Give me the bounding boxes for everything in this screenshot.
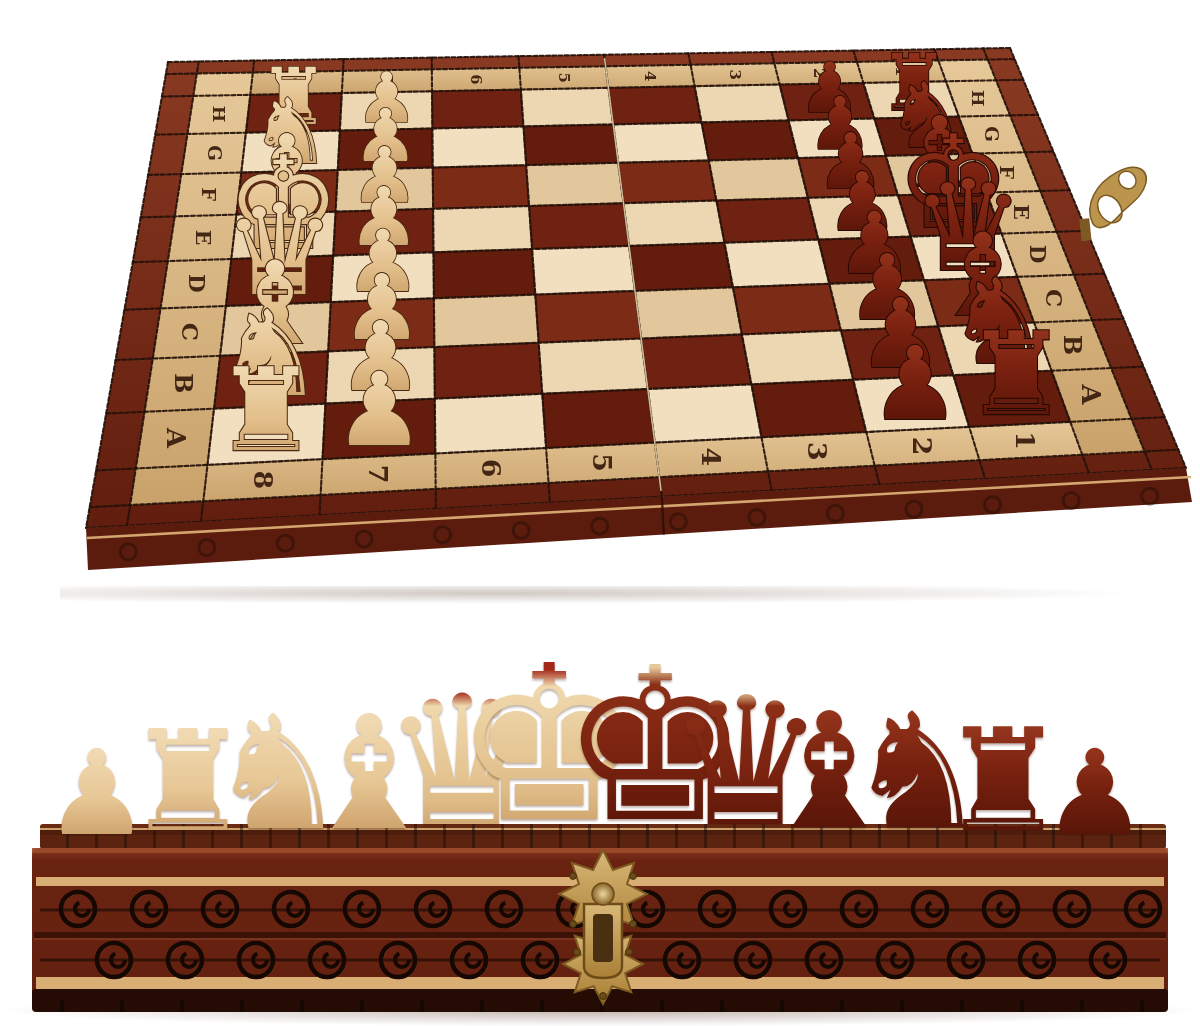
- brass-clasp: [1067, 164, 1158, 242]
- piece-light-rook-a8[interactable]: ♜: [215, 343, 318, 477]
- square-e5[interactable]: [529, 203, 629, 249]
- coord-left-D: D: [184, 274, 209, 293]
- square-g4[interactable]: [613, 122, 709, 162]
- coord-left-H: H: [209, 106, 229, 123]
- box-front-carving: [32, 848, 1168, 1012]
- square-f4[interactable]: [618, 160, 716, 203]
- square-a6[interactable]: [435, 394, 546, 454]
- square-g3[interactable]: [702, 120, 799, 160]
- square-h6[interactable]: [432, 90, 524, 129]
- square-g6[interactable]: [432, 126, 526, 167]
- square-h3[interactable]: [695, 85, 789, 123]
- coord-left-E: E: [191, 230, 215, 246]
- square-a4[interactable]: [648, 384, 762, 442]
- square-f3[interactable]: [709, 158, 808, 200]
- square-d5[interactable]: [532, 246, 635, 295]
- square-e4[interactable]: [624, 201, 725, 246]
- coord-left-B: B: [169, 373, 198, 393]
- square-h4[interactable]: [608, 86, 701, 124]
- square-d4[interactable]: [629, 243, 733, 291]
- square-c3[interactable]: [733, 284, 841, 335]
- square-b4[interactable]: [641, 334, 751, 389]
- square-h5[interactable]: [521, 88, 613, 127]
- square-f5[interactable]: [526, 163, 623, 206]
- display-piece-dark-pawn: ♟: [1042, 734, 1148, 852]
- chess-board: 8877665544332211HHGGFFEEDDCCBBAA♜♟♟♜♞♟♟♞…: [0, 0, 1200, 618]
- square-c4[interactable]: [635, 287, 742, 338]
- square-b3[interactable]: [742, 330, 853, 384]
- piece-dark-rook-a1[interactable]: ♜: [965, 307, 1068, 441]
- square-a3[interactable]: [751, 380, 866, 438]
- square-e6[interactable]: [433, 206, 532, 252]
- square-c5[interactable]: [535, 291, 641, 343]
- square-d6[interactable]: [434, 249, 536, 298]
- square-e3[interactable]: [716, 198, 818, 243]
- coord-left-G: G: [204, 145, 225, 161]
- square-g5[interactable]: [524, 124, 619, 165]
- piece-dark-pawn-a2[interactable]: ♟: [869, 325, 960, 443]
- chess-box: [32, 848, 1168, 1012]
- coord-bottom-3: 3: [802, 442, 833, 461]
- square-d3[interactable]: [725, 240, 830, 288]
- piece-light-pawn-a7[interactable]: ♟: [334, 351, 425, 469]
- coord-top-3: 3: [726, 69, 744, 79]
- square-c6[interactable]: [434, 295, 539, 347]
- square-f6[interactable]: [433, 165, 529, 209]
- product-photo-scene: 8877665544332211HHGGFFEEDDCCBBAA♜♟♟♜♞♟♟♞…: [0, 0, 1200, 1026]
- coord-top-5: 5: [555, 73, 573, 83]
- square-a5[interactable]: [542, 389, 655, 448]
- square-b6[interactable]: [434, 343, 542, 399]
- coord-bottom-6: 6: [476, 459, 507, 478]
- coord-bottom-4: 4: [696, 448, 727, 467]
- coord-top-6: 6: [467, 74, 485, 84]
- coord-left-A: A: [161, 427, 191, 449]
- coord-left-F: F: [197, 187, 220, 201]
- square-b5[interactable]: [539, 339, 648, 394]
- coord-right-A: A: [1076, 384, 1106, 406]
- coord-left-C: C: [177, 323, 204, 341]
- coord-top-4: 4: [641, 71, 659, 81]
- coord-bottom-5: 5: [587, 453, 618, 472]
